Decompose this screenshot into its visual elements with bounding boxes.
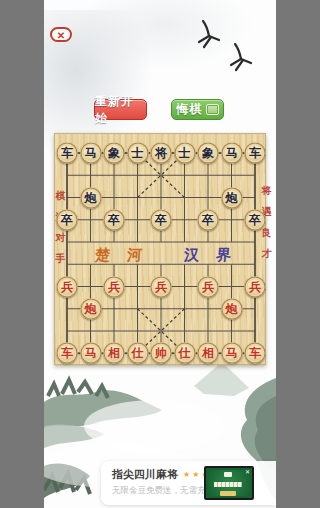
piece-red-c[interactable]: 炮 <box>80 298 101 319</box>
piece-black-p[interactable]: 卒 <box>104 209 125 230</box>
piece-black-b[interactable]: 象 <box>198 143 219 164</box>
ad-title: 指尖四川麻将 <box>112 467 178 482</box>
app-screen: ✕ 重新开始 悔棋 楚河 汉界 棋逢对手 将遇良才 车马象士将士象马车炮炮卒卒卒… <box>44 0 276 508</box>
ad-banner[interactable]: 指尖四川麻将 ★★★★★ 无限金豆免费送，无需充值，这样的… ✕ <box>101 461 276 505</box>
piece-black-a[interactable]: 士 <box>174 143 195 164</box>
piece-red-k[interactable]: 帅 <box>151 343 172 364</box>
restart-button-label: 重新开始 <box>95 93 146 127</box>
piece-black-n[interactable]: 马 <box>80 143 101 164</box>
piece-black-r[interactable]: 车 <box>245 143 266 164</box>
piece-red-b[interactable]: 相 <box>104 343 125 364</box>
ad-close-icon[interactable]: ✕ <box>245 469 250 475</box>
piece-black-c[interactable]: 炮 <box>80 187 101 208</box>
piece-black-n[interactable]: 马 <box>221 143 242 164</box>
piece-red-b[interactable]: 相 <box>198 343 219 364</box>
piece-red-p[interactable]: 兵 <box>57 276 78 297</box>
piece-red-r[interactable]: 车 <box>57 343 78 364</box>
piece-black-a[interactable]: 士 <box>127 143 148 164</box>
piece-red-n[interactable]: 马 <box>221 343 242 364</box>
piece-black-p[interactable]: 卒 <box>151 209 172 230</box>
piece-black-p[interactable]: 卒 <box>245 209 266 230</box>
piece-red-n[interactable]: 马 <box>80 343 101 364</box>
restart-button[interactable]: 重新开始 <box>94 99 147 120</box>
ad-description: 无限金豆免费送，无需充值，这样的… <box>112 485 207 497</box>
piece-black-p[interactable]: 卒 <box>57 209 78 230</box>
pieces-layer: 车马象士将士象马车炮炮卒卒卒卒卒兵兵兵兵兵炮炮车马相仕帅仕相马车 <box>55 134 265 364</box>
mahjong-tiles <box>214 482 242 487</box>
mahjong-tile <box>220 491 236 496</box>
piece-black-b[interactable]: 象 <box>104 143 125 164</box>
reward-ad-icon <box>206 104 219 115</box>
piece-red-p[interactable]: 兵 <box>198 276 219 297</box>
piece-red-p[interactable]: 兵 <box>245 276 266 297</box>
piece-red-c[interactable]: 炮 <box>221 298 242 319</box>
undo-button[interactable]: 悔棋 <box>171 99 224 120</box>
piece-red-p[interactable]: 兵 <box>104 276 125 297</box>
piece-black-r[interactable]: 车 <box>57 143 78 164</box>
piece-black-k[interactable]: 将 <box>151 143 172 164</box>
piece-black-p[interactable]: 卒 <box>198 209 219 230</box>
piece-black-c[interactable]: 炮 <box>221 187 242 208</box>
ad-game-thumbnail[interactable]: ✕ <box>204 466 254 500</box>
piece-red-p[interactable]: 兵 <box>151 276 172 297</box>
piece-red-a[interactable]: 仕 <box>174 343 195 364</box>
piece-red-a[interactable]: 仕 <box>127 343 148 364</box>
piece-red-r[interactable]: 车 <box>245 343 266 364</box>
close-button[interactable]: ✕ <box>50 27 72 42</box>
undo-button-label: 悔棋 <box>177 101 203 118</box>
birds-decoration <box>191 14 271 76</box>
mahjong-tile <box>224 472 232 477</box>
xiangqi-board[interactable]: 楚河 汉界 棋逢对手 将遇良才 车马象士将士象马车炮炮卒卒卒卒卒兵兵兵兵兵炮炮车… <box>54 133 266 365</box>
